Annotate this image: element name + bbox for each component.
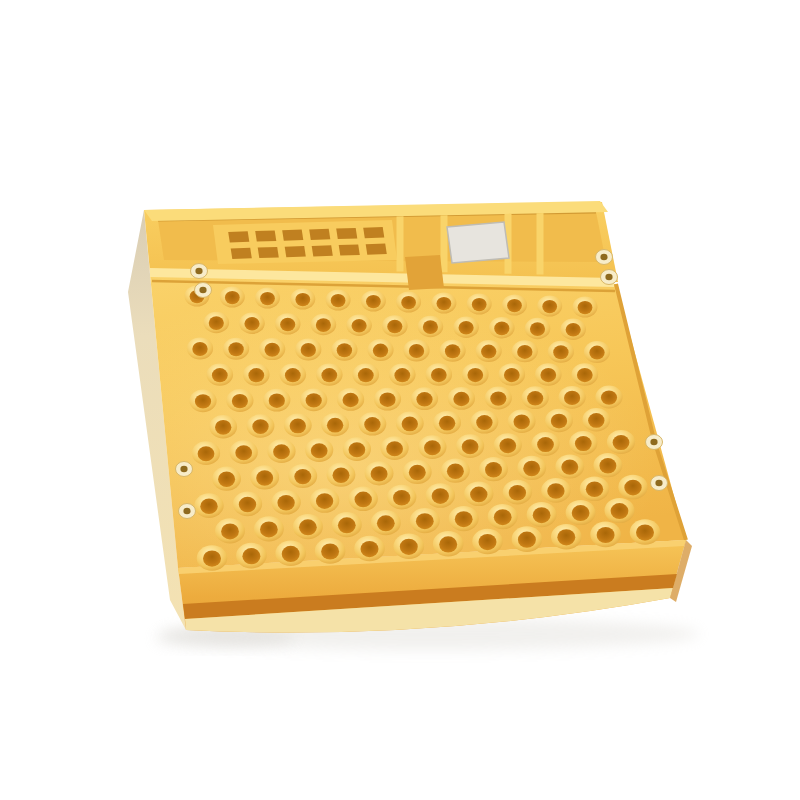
rail-slot (312, 245, 333, 256)
cell-hole (476, 340, 502, 362)
cell-hole (580, 476, 609, 501)
cell-hole (560, 319, 586, 340)
cell-hole (295, 338, 321, 360)
cell-hole (573, 297, 598, 318)
cell-hole (236, 543, 267, 569)
rail-slot (309, 229, 330, 240)
cell-hole (332, 512, 362, 537)
cell-hole (503, 480, 532, 505)
cell-hole (502, 295, 527, 316)
cell-hole (239, 313, 265, 334)
cell-hole (582, 408, 610, 431)
cell-hole (448, 387, 475, 410)
cell-hole (275, 313, 301, 334)
cell-hole (300, 388, 327, 411)
cell-hole (327, 463, 356, 487)
cell-hole (233, 492, 262, 517)
cell-hole (426, 363, 453, 385)
cell-hole (418, 435, 446, 459)
rail-open-compartment (447, 222, 509, 263)
cell-hole (472, 529, 503, 555)
cell-hole (541, 478, 570, 503)
cell-hole (349, 487, 378, 512)
cell-hole (467, 294, 492, 315)
cell-hole (489, 317, 515, 338)
cell-hole (209, 415, 237, 438)
rail-slot (258, 247, 279, 258)
cell-hole (569, 431, 597, 455)
cell-hole (595, 386, 622, 409)
cell-hole (215, 518, 245, 543)
rail-slot (366, 244, 387, 255)
cell-hole (630, 519, 661, 545)
cell-hole (315, 538, 346, 564)
cell-hole (485, 387, 512, 410)
cell-hole (522, 386, 549, 409)
tube-boss (179, 504, 196, 519)
cell-hole (488, 504, 518, 529)
cell-hole (284, 414, 312, 437)
cell-hole (590, 522, 621, 548)
cell-hole (223, 338, 249, 360)
cell-hole (255, 288, 280, 309)
cell-hole (605, 498, 635, 523)
cell-hole (321, 413, 349, 436)
cell-hole (259, 338, 285, 360)
cell-hole (382, 315, 408, 336)
rail-slot (255, 230, 276, 241)
cell-hole (243, 363, 270, 385)
cell-hole (525, 318, 551, 339)
cell-hole (189, 389, 216, 412)
cell-hole (337, 388, 364, 411)
cell-hole (394, 533, 425, 559)
cell-hole (290, 289, 315, 310)
cell-hole (555, 454, 584, 478)
cell-hole (247, 414, 275, 437)
cell-hole (594, 453, 623, 477)
cell-hole (433, 411, 461, 434)
tube-boss (596, 250, 613, 265)
rail-slot (231, 248, 252, 259)
ledge-gap-channel (405, 255, 444, 290)
tube-boss (651, 476, 668, 491)
cell-hole (517, 456, 546, 480)
cell-hole (527, 502, 557, 527)
cell-hole (275, 541, 306, 567)
rail-slot (228, 231, 249, 242)
cell-hole (494, 433, 522, 457)
cell-hole (192, 441, 220, 465)
cell-hole (403, 460, 432, 484)
cell-hole (310, 488, 339, 513)
cell-hole (230, 440, 258, 464)
rail-slot (285, 246, 306, 257)
cell-hole (359, 412, 387, 435)
cell-hole (512, 526, 543, 552)
cell-hole (204, 312, 230, 333)
cell-hole (354, 536, 385, 562)
cell-hole (411, 387, 438, 410)
tube-boss (646, 435, 663, 450)
cell-hole (220, 287, 245, 308)
rail-slot (336, 228, 357, 239)
cell-hole (418, 316, 444, 337)
rail-slot (339, 244, 360, 255)
tube-boss (176, 462, 193, 477)
tube-boss (191, 264, 208, 279)
cell-hole (343, 437, 371, 461)
cell-hole (535, 363, 562, 385)
cell-hole (462, 363, 489, 385)
cell-hole (464, 482, 493, 507)
cell-hole (584, 341, 610, 363)
cell-hole (263, 389, 290, 412)
cell-hole (548, 341, 574, 363)
cell-hole (431, 293, 456, 314)
cell-hole (508, 410, 536, 433)
cell-hole (607, 430, 635, 454)
cell-hole (267, 439, 295, 463)
cell-hole (187, 337, 213, 359)
cell-hole (367, 339, 393, 361)
rail-divider (441, 215, 448, 272)
cell-hole (387, 485, 416, 510)
cell-hole (316, 363, 343, 385)
cell-hole (551, 524, 582, 550)
cell-hole (293, 514, 323, 539)
tube-boss (195, 283, 212, 298)
cell-hole (288, 464, 317, 488)
cell-hole (499, 363, 526, 385)
cell-hole (389, 363, 416, 385)
cell-hole (197, 545, 228, 571)
tray-illustration (0, 0, 800, 800)
cell-hole (326, 290, 351, 311)
cell-hole (311, 314, 337, 335)
tube-boss (601, 270, 618, 285)
rail-slot (363, 227, 384, 238)
cell-hole (618, 475, 647, 500)
cell-hole (440, 340, 466, 362)
rail-slot (282, 230, 303, 241)
cell-hole (381, 436, 409, 460)
cell-hole (545, 409, 573, 432)
cell-hole (194, 493, 223, 518)
cell-hole (374, 388, 401, 411)
rail-divider (397, 216, 404, 271)
cell-hole (346, 315, 372, 336)
cell-hole (471, 410, 499, 433)
cell-hole (441, 459, 470, 483)
cell-hole (426, 483, 455, 508)
cell-hole (559, 386, 586, 409)
cell-hole (207, 363, 234, 385)
cell-hole (433, 531, 464, 557)
cell-hole (456, 434, 484, 458)
rail-divider (537, 213, 544, 274)
cell-hole (449, 506, 479, 531)
cell-hole (226, 389, 253, 412)
cell-hole (212, 467, 241, 491)
cell-hole (254, 516, 284, 541)
cell-hole (531, 432, 559, 456)
cell-hole (566, 500, 596, 525)
cell-hole (410, 508, 440, 533)
cell-hole (403, 339, 429, 361)
product-photo (0, 0, 800, 800)
cell-hole (365, 461, 394, 485)
cell-hole (572, 363, 599, 385)
cell-hole (371, 510, 401, 535)
cell-hole (512, 340, 538, 362)
cell-hole (396, 412, 424, 435)
cell-hole (396, 292, 421, 313)
cell-hole (361, 291, 386, 312)
cell-hole (271, 490, 300, 515)
cell-hole (353, 363, 380, 385)
cell-hole (305, 438, 333, 462)
cell-hole (453, 317, 479, 338)
cell-hole (280, 363, 307, 385)
cell-hole (250, 465, 279, 489)
cell-hole (537, 296, 562, 317)
cell-hole (479, 457, 508, 481)
cell-hole (331, 339, 357, 361)
